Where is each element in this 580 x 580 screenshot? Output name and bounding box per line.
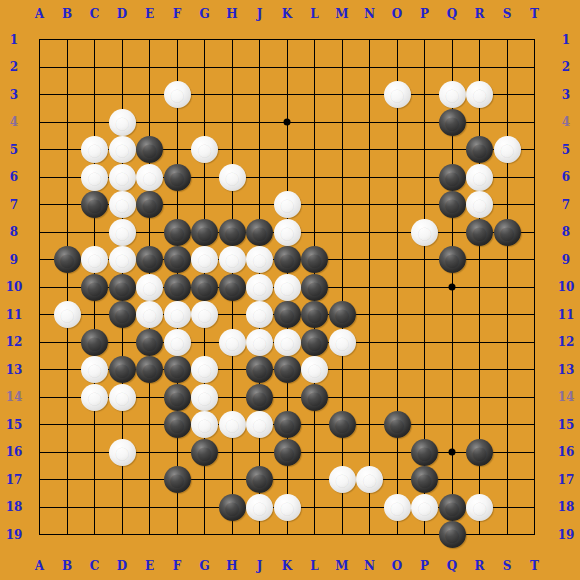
board-cell[interactable]: [26, 81, 54, 109]
board-cell[interactable]: [411, 81, 439, 109]
board-cell[interactable]: [493, 493, 521, 521]
board-cell[interactable]: ●: [246, 383, 274, 411]
board-cell[interactable]: [521, 53, 549, 81]
board-cell[interactable]: [493, 438, 521, 466]
board-cell[interactable]: ○: [218, 411, 246, 439]
board-cell[interactable]: [191, 521, 219, 549]
board-cell[interactable]: ○: [301, 356, 329, 384]
board-cell[interactable]: [53, 411, 81, 439]
board-cell[interactable]: [136, 218, 164, 246]
board-cell[interactable]: [81, 26, 109, 54]
board-cell[interactable]: ●: [246, 356, 274, 384]
board-cell[interactable]: ○: [466, 163, 494, 191]
board-cell[interactable]: [136, 438, 164, 466]
board-cell[interactable]: [411, 328, 439, 356]
board-cell[interactable]: [273, 81, 301, 109]
board-cell[interactable]: [136, 26, 164, 54]
board-cell[interactable]: ●: [301, 328, 329, 356]
board-cell[interactable]: [356, 356, 384, 384]
board-cell[interactable]: ●: [438, 493, 466, 521]
board-cell[interactable]: [273, 521, 301, 549]
board-cell[interactable]: [356, 26, 384, 54]
board-cell[interactable]: ●: [81, 273, 109, 301]
board-cell[interactable]: [328, 383, 356, 411]
board-cell[interactable]: [356, 383, 384, 411]
board-cell[interactable]: [26, 383, 54, 411]
board-cell[interactable]: [136, 383, 164, 411]
board-cell[interactable]: [108, 521, 136, 549]
board-cell[interactable]: [438, 466, 466, 494]
board-cell[interactable]: ○: [273, 328, 301, 356]
board-cell[interactable]: ○: [53, 301, 81, 329]
board-cell[interactable]: [383, 301, 411, 329]
board-cell[interactable]: [26, 26, 54, 54]
board-cell[interactable]: ○: [108, 218, 136, 246]
board-cell[interactable]: [356, 411, 384, 439]
board-cell[interactable]: [438, 383, 466, 411]
board-cell[interactable]: [301, 136, 329, 164]
board-cell[interactable]: [136, 411, 164, 439]
board-cell[interactable]: [108, 81, 136, 109]
board-cell[interactable]: [26, 301, 54, 329]
board-cell[interactable]: [218, 191, 246, 219]
board-cell[interactable]: [136, 108, 164, 136]
board-cell[interactable]: ●: [163, 411, 191, 439]
board-cell[interactable]: [136, 521, 164, 549]
board-cell[interactable]: [81, 438, 109, 466]
board-cell[interactable]: [383, 356, 411, 384]
board-cell[interactable]: [53, 53, 81, 81]
board-cell[interactable]: [521, 81, 549, 109]
board-cell[interactable]: [328, 246, 356, 274]
board-cell[interactable]: [521, 301, 549, 329]
board-cell[interactable]: [26, 438, 54, 466]
board-cell[interactable]: [53, 521, 81, 549]
board-cell[interactable]: [246, 108, 274, 136]
board-cell[interactable]: ●: [301, 301, 329, 329]
board-cell[interactable]: [493, 521, 521, 549]
board-cell[interactable]: [438, 273, 466, 301]
board-cell[interactable]: ○: [356, 466, 384, 494]
board-cell[interactable]: ●: [191, 218, 219, 246]
board-cell[interactable]: [273, 136, 301, 164]
board-cell[interactable]: [26, 136, 54, 164]
board-cell[interactable]: [466, 411, 494, 439]
board-cell[interactable]: ○: [466, 191, 494, 219]
board-cell[interactable]: ○: [81, 356, 109, 384]
board-cell[interactable]: [356, 521, 384, 549]
board-cell[interactable]: [53, 81, 81, 109]
board-cell[interactable]: ○: [191, 356, 219, 384]
board-cell[interactable]: [328, 108, 356, 136]
board-cell[interactable]: [53, 26, 81, 54]
board-cell[interactable]: [53, 163, 81, 191]
board-cell[interactable]: [521, 163, 549, 191]
board-cell[interactable]: [383, 466, 411, 494]
board-cell[interactable]: ●: [81, 191, 109, 219]
board-cell[interactable]: [493, 328, 521, 356]
board-cell[interactable]: [246, 191, 274, 219]
board-cell[interactable]: [246, 521, 274, 549]
board-cell[interactable]: [383, 163, 411, 191]
board-cell[interactable]: [191, 191, 219, 219]
board-cell[interactable]: [191, 466, 219, 494]
board-cell[interactable]: [108, 328, 136, 356]
board-cell[interactable]: [411, 301, 439, 329]
board-cell[interactable]: [521, 411, 549, 439]
board-cell[interactable]: ●: [136, 356, 164, 384]
board-cell[interactable]: ●: [53, 246, 81, 274]
board-cell[interactable]: [383, 521, 411, 549]
board-cell[interactable]: [521, 108, 549, 136]
board-cell[interactable]: [328, 273, 356, 301]
board-cell[interactable]: [191, 328, 219, 356]
board-cell[interactable]: [108, 26, 136, 54]
board-cell[interactable]: ●: [411, 438, 439, 466]
board-cell[interactable]: [356, 53, 384, 81]
board-cell[interactable]: [218, 383, 246, 411]
board-cell[interactable]: [328, 438, 356, 466]
board-cell[interactable]: [493, 191, 521, 219]
board-cell[interactable]: [26, 246, 54, 274]
board-cell[interactable]: [81, 108, 109, 136]
board-cell[interactable]: ○: [191, 246, 219, 274]
board-cell[interactable]: ●: [493, 218, 521, 246]
board-cell[interactable]: ●: [163, 356, 191, 384]
board-cell[interactable]: [136, 81, 164, 109]
board-cell[interactable]: [218, 136, 246, 164]
board-cell[interactable]: [301, 493, 329, 521]
board-cell[interactable]: [81, 411, 109, 439]
board-cell[interactable]: [493, 246, 521, 274]
board-cell[interactable]: ○: [108, 163, 136, 191]
board-cell[interactable]: [328, 163, 356, 191]
board-cell[interactable]: [438, 218, 466, 246]
board-cell[interactable]: ●: [328, 411, 356, 439]
board-cell[interactable]: [356, 493, 384, 521]
board-cell[interactable]: [81, 493, 109, 521]
board-cell[interactable]: [81, 521, 109, 549]
board-cell[interactable]: [136, 493, 164, 521]
board-cell[interactable]: ○: [273, 273, 301, 301]
board-cell[interactable]: [466, 53, 494, 81]
board-cell[interactable]: [301, 218, 329, 246]
board-cell[interactable]: [191, 163, 219, 191]
board-cell[interactable]: [383, 383, 411, 411]
board-cell[interactable]: ●: [383, 411, 411, 439]
board-cell[interactable]: [493, 356, 521, 384]
board-cell[interactable]: [301, 438, 329, 466]
board-cell[interactable]: [383, 273, 411, 301]
board-cell[interactable]: ●: [218, 493, 246, 521]
board-cell[interactable]: [136, 53, 164, 81]
board-cell[interactable]: [301, 163, 329, 191]
board-cell[interactable]: [411, 273, 439, 301]
board-cell[interactable]: [163, 191, 191, 219]
board-cell[interactable]: ●: [466, 218, 494, 246]
board-cell[interactable]: [108, 466, 136, 494]
board-cell[interactable]: [26, 466, 54, 494]
board-cell[interactable]: ○: [383, 493, 411, 521]
board-cell[interactable]: [26, 191, 54, 219]
board-cell[interactable]: [301, 108, 329, 136]
board-cell[interactable]: ○: [273, 191, 301, 219]
board-cell[interactable]: [493, 273, 521, 301]
board-cell[interactable]: ●: [163, 273, 191, 301]
board-cell[interactable]: [493, 411, 521, 439]
board-cell[interactable]: [53, 493, 81, 521]
board-cell[interactable]: ○: [81, 246, 109, 274]
board-cell[interactable]: [521, 246, 549, 274]
board-cell[interactable]: ○: [108, 246, 136, 274]
board-cell[interactable]: [53, 218, 81, 246]
board-cell[interactable]: [356, 246, 384, 274]
board-cell[interactable]: ○: [163, 81, 191, 109]
board-cell[interactable]: [493, 466, 521, 494]
board-cell[interactable]: ●: [411, 466, 439, 494]
board-cell[interactable]: [521, 218, 549, 246]
board-cell[interactable]: [521, 438, 549, 466]
board-cell[interactable]: [246, 136, 274, 164]
board-cell[interactable]: [218, 301, 246, 329]
board-cell[interactable]: ●: [466, 438, 494, 466]
board-cell[interactable]: ○: [136, 273, 164, 301]
board-cell[interactable]: [273, 466, 301, 494]
board-cell[interactable]: [191, 81, 219, 109]
board-cell[interactable]: [301, 53, 329, 81]
board-cell[interactable]: [273, 383, 301, 411]
board-cell[interactable]: [26, 521, 54, 549]
board-cell[interactable]: ●: [136, 136, 164, 164]
board-cell[interactable]: [466, 301, 494, 329]
board-cell[interactable]: ○: [81, 136, 109, 164]
board-cell[interactable]: [328, 26, 356, 54]
board-cell[interactable]: [163, 136, 191, 164]
board-cell[interactable]: [438, 301, 466, 329]
board-cell[interactable]: ●: [246, 218, 274, 246]
board-cell[interactable]: [53, 328, 81, 356]
board-cell[interactable]: [466, 383, 494, 411]
board-cell[interactable]: ○: [108, 191, 136, 219]
board-cell[interactable]: ○: [466, 81, 494, 109]
board-cell[interactable]: [356, 301, 384, 329]
board-cell[interactable]: ●: [466, 136, 494, 164]
board-cell[interactable]: [438, 26, 466, 54]
board-cell[interactable]: [273, 53, 301, 81]
board-cell[interactable]: ●: [301, 383, 329, 411]
board-cell[interactable]: ●: [163, 466, 191, 494]
board-cell[interactable]: [466, 108, 494, 136]
board-cell[interactable]: [356, 81, 384, 109]
board-cell[interactable]: [356, 438, 384, 466]
board-cell[interactable]: [301, 191, 329, 219]
board-cell[interactable]: ○: [191, 383, 219, 411]
board-cell[interactable]: ●: [273, 411, 301, 439]
board-cell[interactable]: [493, 163, 521, 191]
board-cell[interactable]: [301, 81, 329, 109]
board-cell[interactable]: ●: [273, 438, 301, 466]
board-cell[interactable]: [163, 53, 191, 81]
board-cell[interactable]: [163, 521, 191, 549]
board-cell[interactable]: ●: [136, 191, 164, 219]
board-cell[interactable]: ○: [218, 246, 246, 274]
board-cell[interactable]: [411, 163, 439, 191]
board-cell[interactable]: [191, 108, 219, 136]
board-cell[interactable]: ○: [411, 218, 439, 246]
board-cell[interactable]: [246, 163, 274, 191]
board-cell[interactable]: ○: [273, 218, 301, 246]
board-cell[interactable]: [521, 26, 549, 54]
board-cell[interactable]: [246, 438, 274, 466]
board-cell[interactable]: ●: [191, 438, 219, 466]
board-cell[interactable]: [53, 356, 81, 384]
board-cell[interactable]: ●: [246, 466, 274, 494]
board-cell[interactable]: ○: [163, 328, 191, 356]
board-cell[interactable]: [383, 246, 411, 274]
board-cell[interactable]: ○: [246, 328, 274, 356]
board-cell[interactable]: ○: [246, 301, 274, 329]
board-cell[interactable]: [411, 521, 439, 549]
board-cell[interactable]: [383, 108, 411, 136]
board-cell[interactable]: ○: [246, 246, 274, 274]
board-cell[interactable]: [521, 273, 549, 301]
board-cell[interactable]: [191, 26, 219, 54]
board-cell[interactable]: [81, 81, 109, 109]
board-cell[interactable]: [328, 521, 356, 549]
board-cell[interactable]: ○: [246, 411, 274, 439]
board-cell[interactable]: ○: [246, 273, 274, 301]
board-cell[interactable]: [163, 26, 191, 54]
board-cell[interactable]: [53, 466, 81, 494]
board-cell[interactable]: ○: [493, 136, 521, 164]
board-cell[interactable]: ○: [81, 383, 109, 411]
board-cell[interactable]: ●: [163, 218, 191, 246]
board-cell[interactable]: ●: [136, 246, 164, 274]
board-cell[interactable]: [521, 191, 549, 219]
board-cell[interactable]: ●: [438, 163, 466, 191]
board-cell[interactable]: [438, 328, 466, 356]
board-cell[interactable]: [411, 383, 439, 411]
board-cell[interactable]: [493, 108, 521, 136]
board-cell[interactable]: [26, 218, 54, 246]
board-cell[interactable]: ○: [411, 493, 439, 521]
board-cell[interactable]: ●: [108, 273, 136, 301]
board-cell[interactable]: ○: [466, 493, 494, 521]
board-cell[interactable]: ○: [328, 328, 356, 356]
board-cell[interactable]: [246, 53, 274, 81]
board-cell[interactable]: [521, 383, 549, 411]
board-cell[interactable]: [26, 108, 54, 136]
board-cell[interactable]: [356, 191, 384, 219]
board-cell[interactable]: [411, 411, 439, 439]
board-cell[interactable]: ○: [81, 163, 109, 191]
board-cell[interactable]: ●: [81, 328, 109, 356]
board-cell[interactable]: ○: [273, 493, 301, 521]
board-cell[interactable]: [328, 191, 356, 219]
board-cell[interactable]: ●: [163, 383, 191, 411]
board-cell[interactable]: ●: [108, 356, 136, 384]
board-cell[interactable]: [163, 493, 191, 521]
board-cell[interactable]: [81, 218, 109, 246]
board-cell[interactable]: [26, 493, 54, 521]
board-cell[interactable]: [163, 438, 191, 466]
board-cell[interactable]: ●: [438, 191, 466, 219]
board-cell[interactable]: [411, 53, 439, 81]
board-cell[interactable]: [383, 26, 411, 54]
board-cell[interactable]: ○: [108, 438, 136, 466]
board-cell[interactable]: ●: [163, 163, 191, 191]
board-cell[interactable]: [438, 53, 466, 81]
board-cell[interactable]: ○: [191, 411, 219, 439]
board-cell[interactable]: [218, 466, 246, 494]
board-cell[interactable]: [383, 191, 411, 219]
board-cell[interactable]: ○: [191, 136, 219, 164]
board-cell[interactable]: [383, 438, 411, 466]
board-cell[interactable]: [438, 356, 466, 384]
board-cell[interactable]: ○: [246, 493, 274, 521]
board-cell[interactable]: [301, 26, 329, 54]
board-cell[interactable]: [466, 328, 494, 356]
board-cell[interactable]: [81, 301, 109, 329]
board-cell[interactable]: [383, 53, 411, 81]
board-cell[interactable]: [356, 163, 384, 191]
board-cell[interactable]: [328, 53, 356, 81]
board-cell[interactable]: [218, 81, 246, 109]
board-cell[interactable]: [273, 108, 301, 136]
board-cell[interactable]: [53, 108, 81, 136]
board-cell[interactable]: [53, 383, 81, 411]
board-cell[interactable]: [53, 191, 81, 219]
board-cell[interactable]: [26, 328, 54, 356]
board-cell[interactable]: [328, 81, 356, 109]
board-cell[interactable]: ○: [328, 466, 356, 494]
board-cell[interactable]: [26, 411, 54, 439]
board-cell[interactable]: [356, 328, 384, 356]
board-cell[interactable]: [218, 108, 246, 136]
board-cell[interactable]: ●: [273, 356, 301, 384]
board-cell[interactable]: [411, 26, 439, 54]
board-cell[interactable]: [246, 26, 274, 54]
board-cell[interactable]: [301, 411, 329, 439]
board-cell[interactable]: [53, 273, 81, 301]
board-cell[interactable]: [328, 356, 356, 384]
board-cell[interactable]: ○: [191, 301, 219, 329]
board-cell[interactable]: [438, 411, 466, 439]
board-cell[interactable]: [26, 356, 54, 384]
board-cell[interactable]: [81, 53, 109, 81]
board-cell[interactable]: [26, 53, 54, 81]
board-cell[interactable]: ●: [273, 301, 301, 329]
board-cell[interactable]: [411, 246, 439, 274]
board-cell[interactable]: [218, 356, 246, 384]
board-cell[interactable]: [108, 493, 136, 521]
board-cell[interactable]: [411, 108, 439, 136]
board-cell[interactable]: [163, 108, 191, 136]
board-cell[interactable]: [438, 136, 466, 164]
board-cell[interactable]: [301, 521, 329, 549]
board-cell[interactable]: [383, 328, 411, 356]
board-cell[interactable]: [356, 136, 384, 164]
board-cell[interactable]: [493, 26, 521, 54]
board-cell[interactable]: ●: [438, 108, 466, 136]
board-cell[interactable]: ○: [218, 163, 246, 191]
board-cell[interactable]: [191, 53, 219, 81]
board-cell[interactable]: [301, 466, 329, 494]
board-cell[interactable]: ●: [218, 273, 246, 301]
board-cell[interactable]: [521, 466, 549, 494]
board-cell[interactable]: ●: [301, 273, 329, 301]
board-cell[interactable]: [466, 356, 494, 384]
